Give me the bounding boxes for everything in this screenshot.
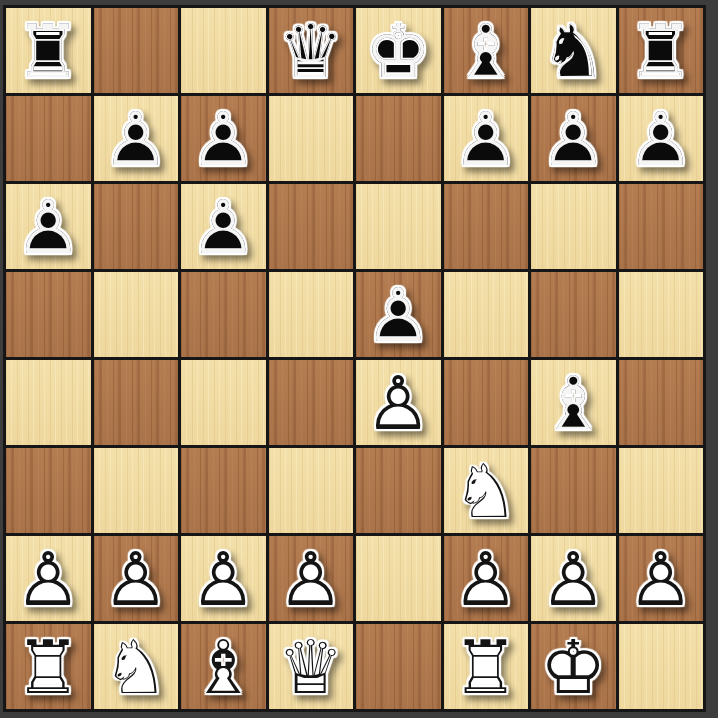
square-b8[interactable] [94,8,179,93]
square-g2[interactable]: ♟♙ [531,536,616,621]
piece-glyph-outline: ♙ [531,96,616,181]
square-c8[interactable] [181,8,266,93]
piece-white-pawn[interactable]: ♟♙ [356,360,441,445]
square-e4[interactable]: ♟♙ [356,360,441,445]
piece-black-pawn[interactable]: ♟♙ [181,184,266,269]
piece-glyph-outline: ♙ [356,360,441,445]
square-g8[interactable]: ♞♘ [531,8,616,93]
piece-glyph-outline: ♖ [444,624,529,709]
square-c6[interactable]: ♟♙ [181,184,266,269]
piece-white-knight[interactable]: ♞♘ [444,448,529,533]
square-a8[interactable]: ♜♖ [6,8,91,93]
piece-glyph-outline: ♖ [6,624,91,709]
piece-glyph-outline: ♙ [181,96,266,181]
square-h1[interactable] [619,624,704,709]
piece-black-pawn[interactable]: ♟♙ [619,96,704,181]
piece-white-pawn[interactable]: ♟♙ [6,536,91,621]
piece-glyph-outline: ♗ [531,360,616,445]
square-d2[interactable]: ♟♙ [269,536,354,621]
square-h4[interactable] [619,360,704,445]
piece-white-pawn[interactable]: ♟♙ [181,536,266,621]
square-h8[interactable]: ♜♖ [619,8,704,93]
square-g5[interactable] [531,272,616,357]
piece-glyph-outline: ♘ [444,448,529,533]
square-h3[interactable] [619,448,704,533]
piece-black-bishop[interactable]: ♝♗ [531,360,616,445]
piece-white-queen[interactable]: ♛♕ [269,624,354,709]
piece-black-queen[interactable]: ♛♕ [269,8,354,93]
square-b6[interactable] [94,184,179,269]
piece-black-king[interactable]: ♚♔ [356,8,441,93]
square-d5[interactable] [269,272,354,357]
piece-glyph-outline: ♖ [6,8,91,93]
chess-board: ♜♖♛♕♚♔♝♗♞♘♜♖♟♙♟♙♟♙♟♙♟♙♟♙♟♙♟♙♟♙♝♗♞♘♟♙♟♙♟♙… [3,5,706,712]
square-c3[interactable] [181,448,266,533]
square-c7[interactable]: ♟♙ [181,96,266,181]
piece-black-bishop[interactable]: ♝♗ [444,8,529,93]
square-e6[interactable] [356,184,441,269]
piece-black-pawn[interactable]: ♟♙ [181,96,266,181]
square-f3[interactable]: ♞♘ [444,448,529,533]
square-h2[interactable]: ♟♙ [619,536,704,621]
square-a5[interactable] [6,272,91,357]
piece-black-knight[interactable]: ♞♘ [531,8,616,93]
square-d1[interactable]: ♛♕ [269,624,354,709]
square-b5[interactable] [94,272,179,357]
piece-glyph-outline: ♗ [181,624,266,709]
piece-black-pawn[interactable]: ♟♙ [94,96,179,181]
piece-glyph-outline: ♕ [269,624,354,709]
square-e5[interactable]: ♟♙ [356,272,441,357]
square-d3[interactable] [269,448,354,533]
square-c1[interactable]: ♝♗ [181,624,266,709]
square-b2[interactable]: ♟♙ [94,536,179,621]
square-g6[interactable] [531,184,616,269]
square-d6[interactable] [269,184,354,269]
piece-glyph-outline: ♙ [444,96,529,181]
square-f1[interactable]: ♜♖ [444,624,529,709]
piece-glyph-outline: ♗ [444,8,529,93]
piece-white-pawn[interactable]: ♟♙ [619,536,704,621]
piece-black-pawn[interactable]: ♟♙ [531,96,616,181]
square-a1[interactable]: ♜♖ [6,624,91,709]
square-h5[interactable] [619,272,704,357]
board-frame: ♜♖♛♕♚♔♝♗♞♘♜♖♟♙♟♙♟♙♟♙♟♙♟♙♟♙♟♙♟♙♝♗♞♘♟♙♟♙♟♙… [0,0,718,718]
square-e8[interactable]: ♚♔ [356,8,441,93]
square-g3[interactable] [531,448,616,533]
square-a7[interactable] [6,96,91,181]
square-e1[interactable] [356,624,441,709]
square-d7[interactable] [269,96,354,181]
piece-glyph-outline: ♘ [94,624,179,709]
piece-white-pawn[interactable]: ♟♙ [94,536,179,621]
piece-glyph-outline: ♙ [6,184,91,269]
piece-black-pawn[interactable]: ♟♙ [444,96,529,181]
piece-glyph-outline: ♔ [531,624,616,709]
piece-black-pawn[interactable]: ♟♙ [356,272,441,357]
piece-glyph-outline: ♙ [356,272,441,357]
piece-white-knight[interactable]: ♞♘ [94,624,179,709]
square-a6[interactable]: ♟♙ [6,184,91,269]
piece-glyph-outline: ♙ [619,96,704,181]
piece-glyph-outline: ♙ [6,536,91,621]
square-a4[interactable] [6,360,91,445]
piece-white-rook[interactable]: ♜♖ [444,624,529,709]
square-a3[interactable] [6,448,91,533]
piece-glyph-outline: ♙ [619,536,704,621]
piece-glyph-outline: ♔ [356,8,441,93]
square-f7[interactable]: ♟♙ [444,96,529,181]
square-g1[interactable]: ♚♔ [531,624,616,709]
piece-glyph-outline: ♙ [444,536,529,621]
square-f5[interactable] [444,272,529,357]
square-f4[interactable] [444,360,529,445]
square-g4[interactable]: ♝♗ [531,360,616,445]
piece-glyph-outline: ♙ [94,96,179,181]
square-e3[interactable] [356,448,441,533]
piece-white-pawn[interactable]: ♟♙ [444,536,529,621]
piece-black-pawn[interactable]: ♟♙ [6,184,91,269]
piece-white-king[interactable]: ♚♔ [531,624,616,709]
piece-glyph-outline: ♙ [181,536,266,621]
square-b4[interactable] [94,360,179,445]
square-a2[interactable]: ♟♙ [6,536,91,621]
piece-glyph-outline: ♘ [531,8,616,93]
piece-glyph-outline: ♙ [94,536,179,621]
piece-white-pawn[interactable]: ♟♙ [531,536,616,621]
piece-black-rook[interactable]: ♜♖ [6,8,91,93]
square-f6[interactable] [444,184,529,269]
square-d4[interactable] [269,360,354,445]
square-f2[interactable]: ♟♙ [444,536,529,621]
square-h7[interactable]: ♟♙ [619,96,704,181]
piece-black-rook[interactable]: ♜♖ [619,8,704,93]
square-b7[interactable]: ♟♙ [94,96,179,181]
square-b1[interactable]: ♞♘ [94,624,179,709]
square-g7[interactable]: ♟♙ [531,96,616,181]
piece-glyph-outline: ♖ [619,8,704,93]
piece-white-rook[interactable]: ♜♖ [6,624,91,709]
piece-glyph-outline: ♙ [531,536,616,621]
square-b3[interactable] [94,448,179,533]
piece-glyph-outline: ♕ [269,8,354,93]
square-c4[interactable] [181,360,266,445]
piece-white-bishop[interactable]: ♝♗ [181,624,266,709]
piece-glyph-outline: ♙ [269,536,354,621]
square-h6[interactable] [619,184,704,269]
square-c2[interactable]: ♟♙ [181,536,266,621]
piece-glyph-outline: ♙ [181,184,266,269]
square-f8[interactable]: ♝♗ [444,8,529,93]
square-e2[interactable] [356,536,441,621]
piece-white-pawn[interactable]: ♟♙ [269,536,354,621]
square-c5[interactable] [181,272,266,357]
square-e7[interactable] [356,96,441,181]
square-d8[interactable]: ♛♕ [269,8,354,93]
